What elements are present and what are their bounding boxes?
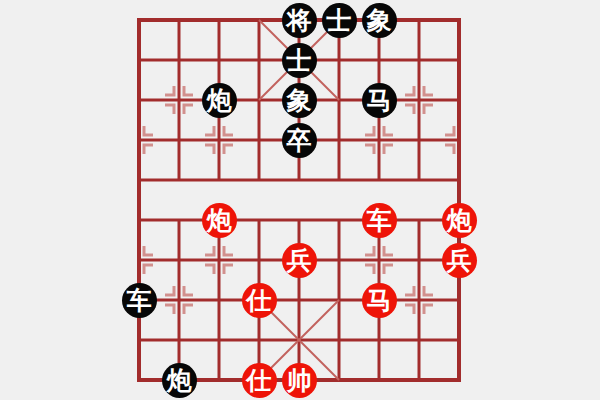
point-2-4[interactable] [199,160,239,200]
point-6-4[interactable] [359,160,399,200]
point-0-9[interactable] [119,360,159,400]
point-7-4[interactable] [399,160,439,200]
point-8-2[interactable] [439,80,479,120]
point-4-8[interactable] [279,320,319,360]
point-5-6[interactable] [319,240,359,280]
piece-red-advisor[interactable]: 仕 [242,363,277,398]
point-1-8[interactable] [159,320,199,360]
point-1-7[interactable] [159,280,199,320]
point-2-5[interactable]: 炮 [199,200,239,240]
point-8-6[interactable]: 兵 [439,240,479,280]
piece-black-chariot[interactable]: 车 [122,283,157,318]
point-8-7[interactable] [439,280,479,320]
point-5-0[interactable]: 士 [319,0,359,40]
point-7-2[interactable] [399,80,439,120]
point-3-8[interactable] [239,320,279,360]
point-5-4[interactable] [319,160,359,200]
point-8-4[interactable] [439,160,479,200]
point-3-4[interactable] [239,160,279,200]
point-6-2[interactable]: 马 [359,80,399,120]
point-6-9[interactable] [359,360,399,400]
point-5-8[interactable] [319,320,359,360]
point-0-1[interactable] [119,40,159,80]
point-3-5[interactable] [239,200,279,240]
piece-red-soldier[interactable]: 兵 [442,243,477,278]
piece-black-advisor[interactable]: 士 [322,3,357,38]
point-4-5[interactable] [279,200,319,240]
point-5-7[interactable] [319,280,359,320]
point-5-9[interactable] [319,360,359,400]
piece-black-elephant[interactable]: 象 [282,83,317,118]
point-3-7[interactable]: 仕 [239,280,279,320]
point-6-6[interactable] [359,240,399,280]
piece-black-horse[interactable]: 马 [362,83,397,118]
point-2-1[interactable] [199,40,239,80]
point-4-0[interactable]: 将 [279,0,319,40]
point-1-5[interactable] [159,200,199,240]
point-7-3[interactable] [399,120,439,160]
point-6-7[interactable]: 马 [359,280,399,320]
point-0-8[interactable] [119,320,159,360]
point-3-0[interactable] [239,0,279,40]
point-8-3[interactable] [439,120,479,160]
point-4-9[interactable]: 帅 [279,360,319,400]
board-grid: 将士象士炮象马卒炮车炮兵兵车仕马炮仕帅 [119,0,479,400]
point-2-8[interactable] [199,320,239,360]
point-8-1[interactable] [439,40,479,80]
point-4-2[interactable]: 象 [279,80,319,120]
piece-red-general[interactable]: 帅 [282,363,317,398]
point-0-7[interactable]: 车 [119,280,159,320]
point-1-6[interactable] [159,240,199,280]
point-6-8[interactable] [359,320,399,360]
point-3-1[interactable] [239,40,279,80]
point-4-6[interactable]: 兵 [279,240,319,280]
point-0-4[interactable] [119,160,159,200]
piece-red-soldier[interactable]: 兵 [282,243,317,278]
point-6-3[interactable] [359,120,399,160]
point-4-1[interactable]: 士 [279,40,319,80]
point-7-7[interactable] [399,280,439,320]
piece-red-cannon[interactable]: 炮 [442,203,477,238]
point-3-9[interactable]: 仕 [239,360,279,400]
point-5-2[interactable] [319,80,359,120]
point-0-6[interactable] [119,240,159,280]
point-6-0[interactable]: 象 [359,0,399,40]
piece-red-chariot[interactable]: 车 [362,203,397,238]
point-7-0[interactable] [399,0,439,40]
point-5-1[interactable] [319,40,359,80]
piece-black-general[interactable]: 将 [282,3,317,38]
point-8-8[interactable] [439,320,479,360]
point-3-2[interactable] [239,80,279,120]
point-1-9[interactable]: 炮 [159,360,199,400]
point-7-1[interactable] [399,40,439,80]
point-4-3[interactable]: 卒 [279,120,319,160]
point-1-3[interactable] [159,120,199,160]
point-5-3[interactable] [319,120,359,160]
piece-red-advisor[interactable]: 仕 [242,283,277,318]
point-7-5[interactable] [399,200,439,240]
piece-red-horse[interactable]: 马 [362,283,397,318]
point-4-7[interactable] [279,280,319,320]
piece-black-advisor[interactable]: 士 [282,43,317,78]
point-7-8[interactable] [399,320,439,360]
piece-black-cannon[interactable]: 炮 [202,83,237,118]
point-1-4[interactable] [159,160,199,200]
point-0-3[interactable] [119,120,159,160]
point-5-5[interactable] [319,200,359,240]
point-8-5[interactable]: 炮 [439,200,479,240]
point-7-6[interactable] [399,240,439,280]
piece-black-elephant[interactable]: 象 [362,3,397,38]
xiangqi-board: 将士象士炮象马卒炮车炮兵兵车仕马炮仕帅 [0,0,600,400]
piece-black-soldier[interactable]: 卒 [282,123,317,158]
point-2-3[interactable] [199,120,239,160]
point-3-6[interactable] [239,240,279,280]
point-2-0[interactable] [199,0,239,40]
point-8-0[interactable] [439,0,479,40]
point-2-2[interactable]: 炮 [199,80,239,120]
point-0-5[interactable] [119,200,159,240]
point-1-2[interactable] [159,80,199,120]
point-4-4[interactable] [279,160,319,200]
point-2-9[interactable] [199,360,239,400]
point-1-0[interactable] [159,0,199,40]
point-6-1[interactable] [359,40,399,80]
point-0-2[interactable] [119,80,159,120]
point-2-7[interactable] [199,280,239,320]
piece-red-cannon[interactable]: 炮 [202,203,237,238]
point-6-5[interactable]: 车 [359,200,399,240]
point-1-1[interactable] [159,40,199,80]
point-8-9[interactable] [439,360,479,400]
point-0-0[interactable] [119,0,159,40]
point-7-9[interactable] [399,360,439,400]
point-3-3[interactable] [239,120,279,160]
point-2-6[interactable] [199,240,239,280]
piece-black-cannon[interactable]: 炮 [162,363,197,398]
